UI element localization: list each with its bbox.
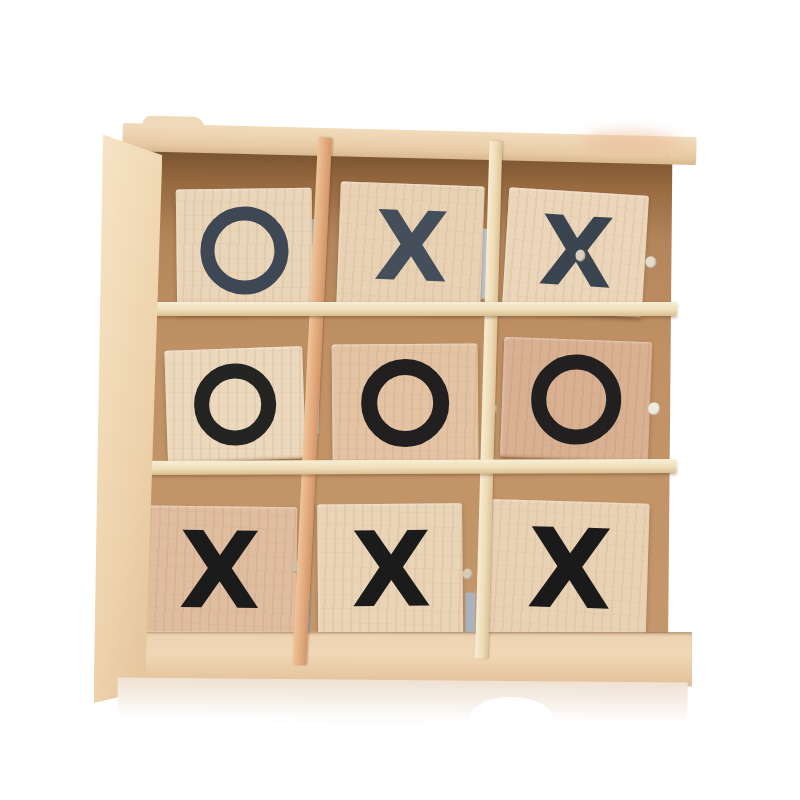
grid-divider-horizontal-top	[129, 302, 677, 316]
dowel-peg	[463, 569, 473, 580]
cell-symbol: X	[373, 198, 448, 297]
dowel-peg	[575, 249, 585, 261]
cell-r1c0[interactable]: O	[164, 346, 306, 463]
product-photo: O X X O O O X X X	[0, 0, 800, 800]
gap-sliver	[465, 593, 475, 637]
cell-r0c1[interactable]: X	[336, 181, 485, 312]
cell-symbol: O	[361, 359, 450, 448]
tray-front-face	[117, 678, 687, 723]
cell-symbol: X	[526, 513, 612, 625]
cell-r0c0[interactable]: O	[176, 188, 314, 314]
cell-symbol: O	[200, 206, 289, 295]
cell-symbol: O	[530, 353, 623, 446]
dowel-peg	[645, 256, 656, 268]
cell-r2c0[interactable]: X	[140, 505, 298, 637]
cell-r2c2[interactable]: X	[488, 499, 650, 640]
cell-r1c2[interactable]: O	[500, 337, 652, 462]
cell-r2c1[interactable]: X	[317, 503, 463, 636]
dowel-peg	[648, 402, 660, 415]
cell-symbol: O	[193, 362, 278, 447]
cell-r1c1[interactable]: O	[332, 343, 479, 462]
tictactoe-tray: O X X O O O X X X	[93, 121, 714, 722]
grid-divider-horizontal-bottom	[123, 459, 677, 475]
wood-blush	[582, 130, 679, 154]
cell-symbol: X	[178, 518, 259, 625]
cell-symbol: X	[351, 518, 430, 623]
finger-notch	[469, 697, 553, 742]
